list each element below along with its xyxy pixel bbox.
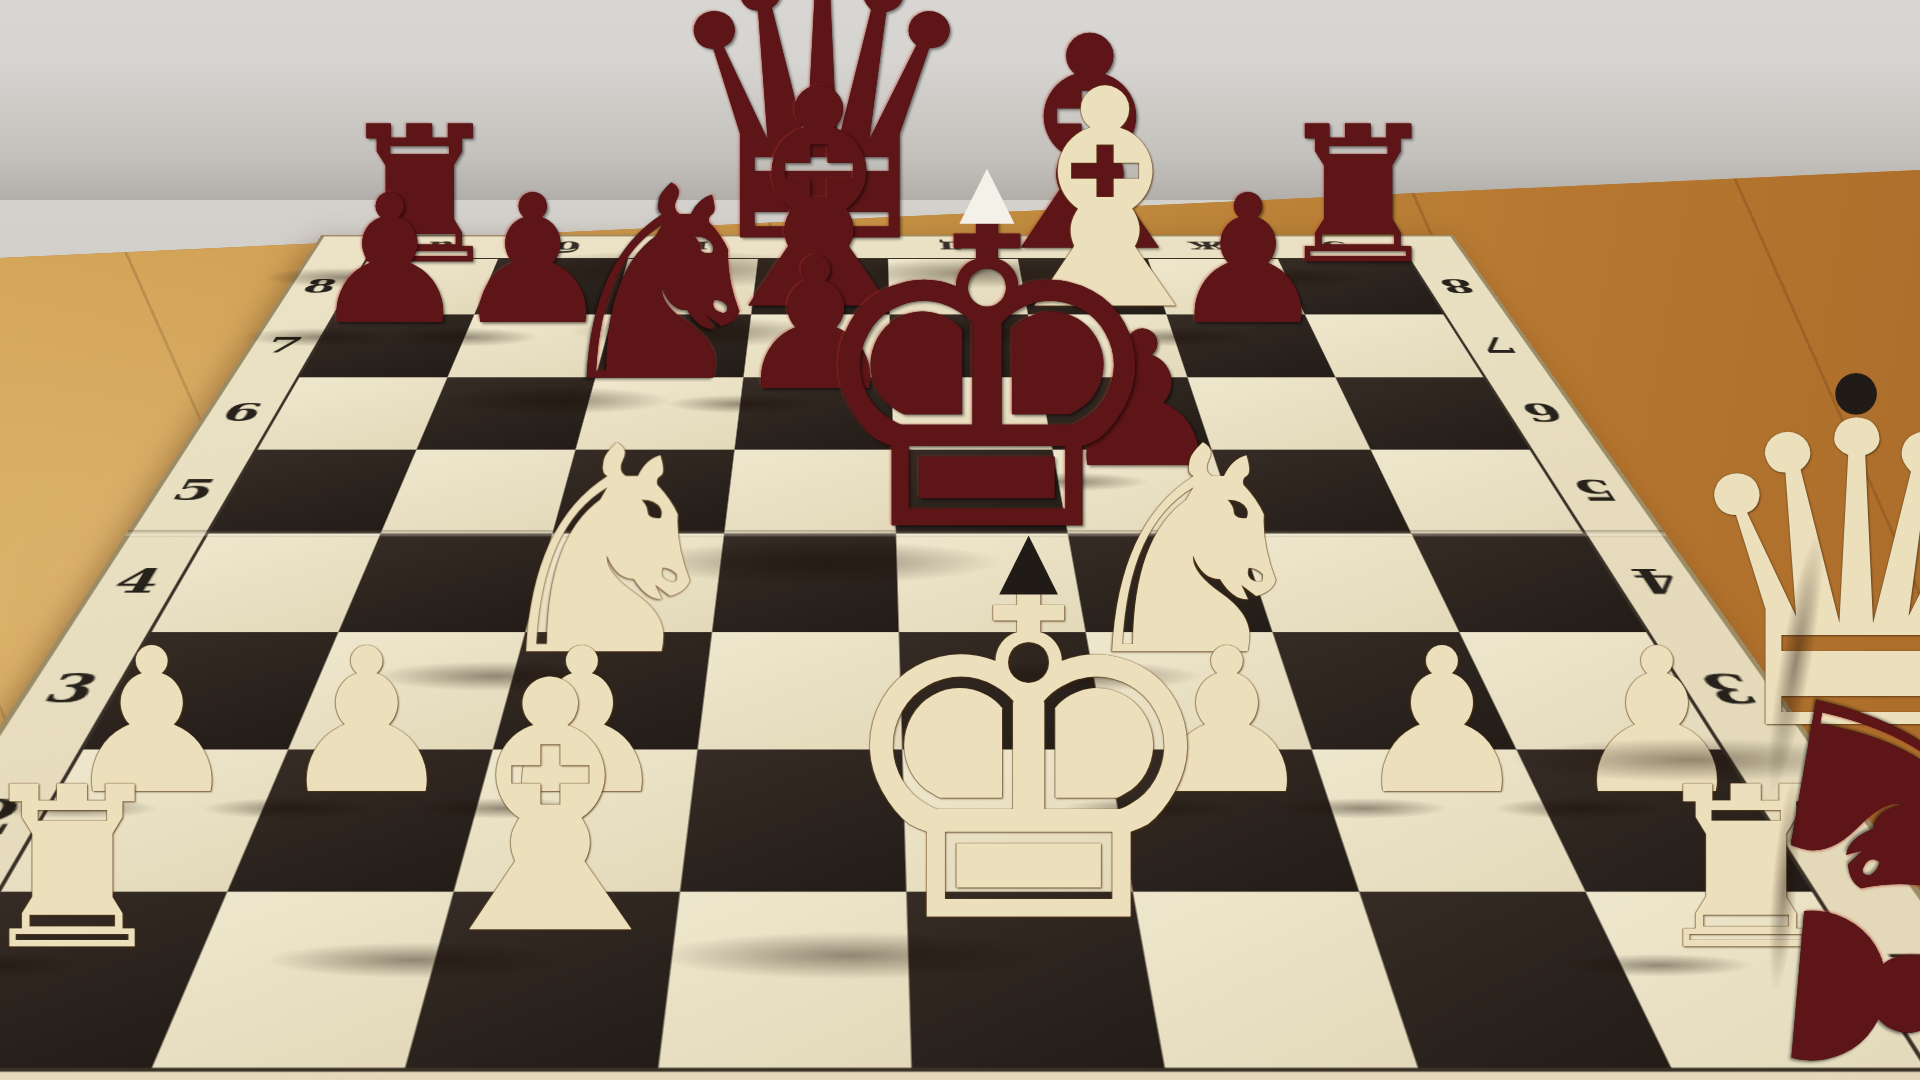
- file-label-far-е: е: [1065, 238, 1094, 256]
- board-fold-seam: [124, 530, 1668, 537]
- square-e1: [906, 892, 1164, 1068]
- square-d4: [712, 534, 899, 633]
- file-label-far-а: а: [422, 238, 456, 256]
- square-b6: [416, 377, 595, 449]
- rank-label-left-3: 3: [34, 665, 109, 712]
- square-d8: [751, 259, 889, 314]
- rank-label-right-4: 4: [1622, 561, 1691, 600]
- square-h7: [1305, 314, 1484, 377]
- square-e2: [902, 749, 1133, 891]
- square-e3: [899, 632, 1107, 749]
- square-h8: [1278, 259, 1443, 314]
- square-c1: [405, 892, 680, 1068]
- square-d5: [724, 450, 896, 534]
- square-b5: [381, 450, 576, 534]
- square-b8: [474, 259, 628, 314]
- file-label-far-г: г: [811, 238, 835, 256]
- square-d1: [658, 892, 911, 1068]
- square-f5: [1053, 450, 1240, 534]
- square-h6: [1335, 377, 1529, 449]
- square-c4: [525, 534, 724, 633]
- rank-label-right-8: 8: [1434, 275, 1481, 297]
- rank-label-right-6: 6: [1515, 398, 1571, 427]
- square-e8: [888, 259, 1028, 314]
- file-label-far-ж: ж: [1185, 238, 1231, 256]
- square-f7: [1028, 314, 1187, 377]
- rank-label-left-4: 4: [105, 561, 172, 600]
- square-e5: [894, 450, 1068, 534]
- square-f4: [1068, 534, 1273, 633]
- photo-scene: 8765432187654321абвгдежзабвгдежз ♜♛●♝♜♟♟…: [0, 0, 1920, 1080]
- square-c3: [493, 632, 712, 749]
- rank-label-left-8: 8: [297, 275, 342, 297]
- square-c5: [552, 450, 734, 534]
- rank-label-right-5: 5: [1565, 473, 1627, 507]
- square-d6: [735, 377, 894, 449]
- rank-label-left-2: 2: [0, 789, 35, 846]
- square-d3: [698, 632, 903, 749]
- square-a7: [299, 314, 474, 377]
- square-a8: [336, 259, 498, 314]
- square-c8: [613, 259, 758, 314]
- file-label-far-б: б: [551, 238, 583, 256]
- rank-label-right-2: 2: [1772, 789, 1861, 846]
- rank-label-left-7: 7: [259, 332, 308, 357]
- rank-label-right-7: 7: [1472, 332, 1523, 357]
- square-b7: [447, 314, 612, 377]
- file-label-far-в: в: [680, 238, 710, 256]
- square-f6: [1039, 377, 1211, 449]
- square-c6: [575, 377, 743, 449]
- wall-shadow-band: [0, 60, 1920, 200]
- square-e4: [896, 534, 1086, 633]
- square-c7: [595, 314, 751, 377]
- file-label-far-з: з: [1319, 238, 1353, 256]
- rank-label-left-6: 6: [215, 398, 269, 427]
- square-c2: [454, 749, 698, 891]
- square-f8: [1018, 259, 1166, 314]
- rank-label-left-5: 5: [164, 473, 224, 507]
- square-a6: [257, 377, 447, 449]
- square-d2: [680, 749, 906, 891]
- square-d7: [743, 314, 891, 377]
- rank-label-right-3: 3: [1691, 665, 1769, 712]
- file-label-far-д: д: [938, 238, 965, 256]
- square-e6: [891, 377, 1052, 449]
- square-e7: [890, 314, 1040, 377]
